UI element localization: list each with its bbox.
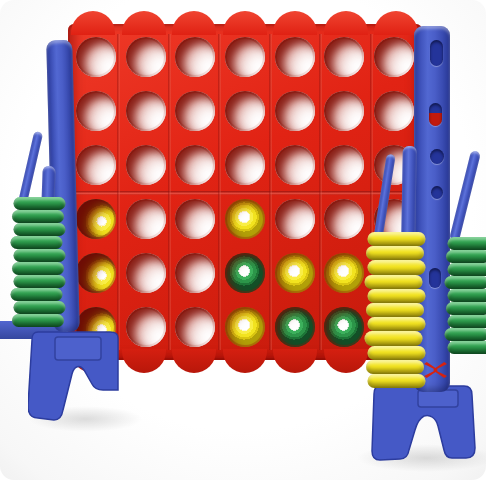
cell-c4-r2	[220, 84, 270, 138]
tray-disc-green	[445, 276, 486, 289]
cell-c6-r5	[320, 246, 370, 300]
tray-disc-green	[11, 288, 63, 301]
cell-c6-r3	[320, 138, 370, 192]
hole-empty	[76, 91, 116, 131]
hole-empty	[126, 199, 166, 239]
cell-c4-r5	[220, 246, 270, 300]
disc-green	[324, 307, 364, 347]
tray-disc-green	[448, 289, 486, 302]
hole-empty	[126, 37, 166, 77]
tray-disc-green	[448, 237, 486, 250]
hole-empty	[175, 307, 215, 347]
hole-empty	[275, 37, 315, 77]
cell-c3-r4	[170, 192, 220, 246]
cell-c1-r4	[71, 192, 121, 246]
cell-c6-r2	[320, 84, 370, 138]
hole-empty	[126, 145, 166, 185]
cell-c5-r4	[270, 192, 320, 246]
tray-disc-yellow	[365, 331, 423, 345]
tray-disc-green	[11, 236, 63, 249]
hole-empty	[324, 199, 364, 239]
disc-yellow	[225, 307, 265, 347]
disc-rod-left-outer	[18, 131, 43, 205]
cell-c4-r1	[220, 30, 270, 84]
left-foot	[28, 328, 123, 423]
hole-empty	[175, 37, 215, 77]
cell-c3-r2	[170, 84, 220, 138]
green-disc-stack-left	[12, 197, 64, 327]
green-disc-stack-right	[446, 237, 486, 354]
hole-empty	[126, 307, 166, 347]
hole-empty	[126, 91, 166, 131]
tray-disc-green	[12, 314, 64, 327]
tray-disc-green	[445, 328, 486, 341]
cell-c6-r1	[320, 30, 370, 84]
tray-disc-green	[14, 275, 66, 288]
tray-disc-green	[446, 302, 486, 315]
cell-c3-r3	[170, 138, 220, 192]
cell-c5-r1	[270, 30, 320, 84]
tray-disc-yellow	[365, 275, 423, 289]
right-foot	[368, 380, 478, 464]
hole-empty	[76, 37, 116, 77]
post-hole	[431, 186, 443, 199]
hole-empty	[126, 253, 166, 293]
cell-c4-r4	[220, 192, 270, 246]
tray-disc-yellow	[368, 232, 426, 246]
hole-empty	[374, 91, 414, 131]
cell-c2-r4	[121, 192, 171, 246]
yellow-disc-stack-right	[366, 232, 424, 388]
post-slot	[429, 103, 442, 126]
hole-empty	[175, 91, 215, 131]
tray-disc-green	[14, 301, 66, 314]
cell-c5-r5	[270, 246, 320, 300]
post-slot	[430, 40, 443, 66]
disc-green	[275, 307, 315, 347]
tray-disc-green	[12, 262, 64, 275]
tray-disc-yellow	[368, 346, 426, 360]
cell-c2-r2	[121, 84, 171, 138]
hole-empty	[374, 37, 414, 77]
disc-yellow	[275, 253, 315, 293]
disc-yellow	[76, 253, 116, 293]
cell-c5-r3	[270, 138, 320, 192]
hole-empty	[275, 145, 315, 185]
disc-yellow	[76, 199, 116, 239]
hole-empty	[175, 199, 215, 239]
cell-c3-r5	[170, 246, 220, 300]
hole-empty	[324, 91, 364, 131]
hole-empty	[225, 37, 265, 77]
hole-empty	[275, 199, 315, 239]
cell-c6-r6	[320, 300, 370, 354]
disc-yellow	[324, 253, 364, 293]
hole-empty	[225, 145, 265, 185]
tray-disc-green	[448, 263, 486, 276]
hole-empty	[225, 91, 265, 131]
tray-disc-yellow	[366, 246, 424, 260]
logo-plate	[418, 390, 458, 407]
cell-c2-r5	[121, 246, 171, 300]
disc-yellow	[225, 199, 265, 239]
cell-c4-r6	[220, 300, 270, 354]
cell-c3-r1	[170, 30, 220, 84]
tray-disc-yellow	[368, 289, 426, 303]
logo-plate	[55, 337, 101, 360]
tray-disc-yellow	[368, 374, 426, 388]
disc-green	[225, 253, 265, 293]
cell-c1-r1	[71, 30, 121, 84]
post-hole	[430, 149, 444, 164]
hole-empty	[324, 37, 364, 77]
tray-disc-green	[448, 315, 486, 328]
cell-c5-r2	[270, 84, 320, 138]
cell-c3-r6	[170, 300, 220, 354]
tray-disc-green	[14, 249, 66, 262]
cell-c7-r1	[369, 30, 419, 84]
tray-disc-green	[14, 223, 66, 236]
tray-disc-green	[14, 197, 66, 210]
tray-disc-green	[446, 250, 486, 263]
cell-c1-r3	[71, 138, 121, 192]
cell-c6-r4	[320, 192, 370, 246]
tray-disc-green	[12, 210, 64, 223]
hole-empty	[275, 91, 315, 131]
tray-disc-green	[448, 341, 486, 354]
cell-c2-r3	[121, 138, 171, 192]
cell-c2-r6	[121, 300, 171, 354]
hole-empty	[324, 145, 364, 185]
tray-disc-yellow	[368, 317, 426, 331]
cell-c7-r2	[369, 84, 419, 138]
disc-rod-far-right	[449, 150, 481, 242]
hole-empty	[76, 145, 116, 185]
hole-empty	[175, 145, 215, 185]
disc-rod-right-inner	[401, 146, 417, 238]
tray-disc-yellow	[368, 260, 426, 274]
product-photo	[0, 0, 486, 480]
cell-c5-r6	[270, 300, 320, 354]
cell-c1-r2	[71, 84, 121, 138]
tray-disc-yellow	[366, 303, 424, 317]
post-slot	[429, 268, 441, 288]
hole-empty	[175, 253, 215, 293]
cell-c2-r1	[121, 30, 171, 84]
tray-disc-yellow	[366, 360, 424, 374]
cell-c4-r3	[220, 138, 270, 192]
